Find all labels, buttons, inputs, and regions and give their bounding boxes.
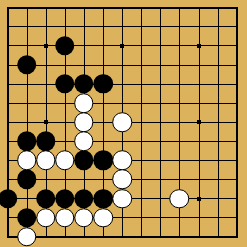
black-stone[interactable] xyxy=(17,131,37,151)
star-point xyxy=(120,44,124,48)
white-stone[interactable] xyxy=(36,208,56,228)
white-stone[interactable] xyxy=(36,151,56,171)
white-stone[interactable] xyxy=(55,208,75,228)
white-stone[interactable] xyxy=(112,151,132,171)
star-point xyxy=(44,44,48,48)
black-stone[interactable] xyxy=(93,74,113,94)
black-stone[interactable] xyxy=(55,74,75,94)
black-stone[interactable] xyxy=(0,189,17,209)
go-board[interactable] xyxy=(0,0,247,247)
black-stone[interactable] xyxy=(55,189,75,209)
black-stone[interactable] xyxy=(17,55,37,75)
star-point xyxy=(197,44,201,48)
white-stone[interactable] xyxy=(17,227,37,247)
black-stone[interactable] xyxy=(74,151,94,171)
black-stone[interactable] xyxy=(93,151,113,171)
white-stone[interactable] xyxy=(17,151,37,171)
white-stone[interactable] xyxy=(170,189,190,209)
white-stone[interactable] xyxy=(74,208,94,228)
white-stone[interactable] xyxy=(112,189,132,209)
white-stone[interactable] xyxy=(93,208,113,228)
black-stone[interactable] xyxy=(17,208,37,228)
white-stone[interactable] xyxy=(74,112,94,132)
black-stone[interactable] xyxy=(74,74,94,94)
white-stone[interactable] xyxy=(112,170,132,190)
white-stone[interactable] xyxy=(74,131,94,151)
black-stone[interactable] xyxy=(17,170,37,190)
star-point xyxy=(44,120,48,124)
black-stone[interactable] xyxy=(55,36,75,56)
star-point xyxy=(197,120,201,124)
black-stone[interactable] xyxy=(36,189,56,209)
white-stone[interactable] xyxy=(112,112,132,132)
black-stone[interactable] xyxy=(36,131,56,151)
white-stone[interactable] xyxy=(74,93,94,113)
star-point xyxy=(197,197,201,201)
black-stone[interactable] xyxy=(74,189,94,209)
white-stone[interactable] xyxy=(55,151,75,171)
black-stone[interactable] xyxy=(93,189,113,209)
